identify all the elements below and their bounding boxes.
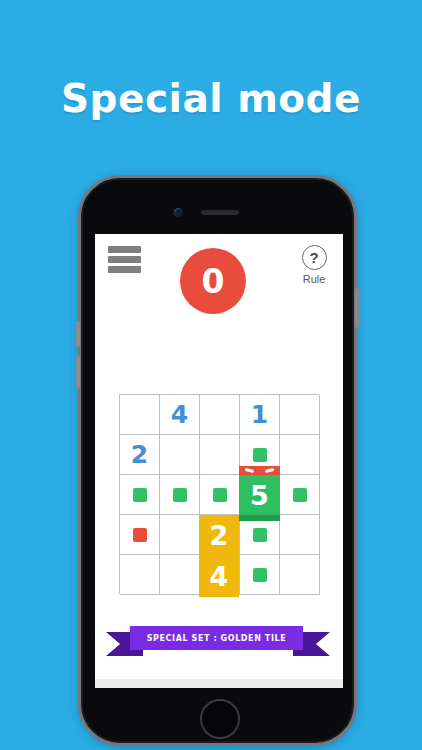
menu-bar xyxy=(108,246,141,253)
speaker-slit xyxy=(201,210,239,215)
banner-text: SPECIAL SET : GOLDEN TILE xyxy=(147,634,287,643)
board-cell-r3c3[interactable] xyxy=(200,475,240,515)
green-square-marker xyxy=(293,488,307,502)
home-button[interactable] xyxy=(200,699,240,739)
red-square-marker xyxy=(133,528,147,542)
golden-tile-value: 4 xyxy=(199,556,239,597)
board-cell-r5c4[interactable] xyxy=(240,555,280,595)
special-set-banner: SPECIAL SET : GOLDEN TILE xyxy=(95,626,343,660)
blue-number: 4 xyxy=(171,400,188,429)
board-cell-r1c4[interactable]: 1 xyxy=(240,395,280,435)
board-cell-r4c1[interactable] xyxy=(120,515,160,555)
board-cell-r2c2[interactable] xyxy=(160,435,200,475)
rule-button[interactable]: ? Rule xyxy=(292,245,336,285)
menu-button[interactable] xyxy=(108,246,141,273)
green-square-marker xyxy=(253,568,267,582)
score-value: 0 xyxy=(202,262,225,301)
board-cell-r5c1[interactable] xyxy=(120,555,160,595)
volume-up-button xyxy=(76,321,80,347)
board-cell-r1c3[interactable] xyxy=(200,395,240,435)
green-square-marker xyxy=(253,528,267,542)
board-cell-r4c2[interactable] xyxy=(160,515,200,555)
green-tile-5[interactable]: 5 xyxy=(239,466,280,521)
green-square-marker xyxy=(173,488,187,502)
green-tile-base xyxy=(239,515,280,521)
golden-tile-value: 2 xyxy=(199,515,239,556)
power-button xyxy=(355,288,359,328)
board-cell-r2c5[interactable] xyxy=(280,435,320,475)
score-badge: 0 xyxy=(180,248,246,314)
board-cell-r1c1[interactable] xyxy=(120,395,160,435)
menu-bar xyxy=(108,256,141,263)
green-tile-value: 5 xyxy=(239,475,280,515)
phone-mockup: 0 ? Rule 412 524 SPECIAL SET : GOLDEN TI… xyxy=(78,175,357,746)
blue-number: 2 xyxy=(131,440,148,469)
board-cell-r4c4[interactable] xyxy=(240,515,280,555)
board-cell-r3c5[interactable] xyxy=(280,475,320,515)
board-cell-r5c5[interactable] xyxy=(280,555,320,595)
board-cell-r3c2[interactable] xyxy=(160,475,200,515)
menu-bar xyxy=(108,266,141,273)
green-square-marker xyxy=(253,448,267,462)
board-cell-r1c2[interactable]: 4 xyxy=(160,395,200,435)
screen-bottom-strip xyxy=(95,679,343,688)
board-cell-r3c1[interactable] xyxy=(120,475,160,515)
green-square-marker xyxy=(213,488,227,502)
board-cell-r2c1[interactable]: 2 xyxy=(120,435,160,475)
board-cell-r5c2[interactable] xyxy=(160,555,200,595)
phone-screen: 0 ? Rule 412 524 SPECIAL SET : GOLDEN TI… xyxy=(95,234,343,688)
ribbon-band: SPECIAL SET : GOLDEN TILE xyxy=(130,626,303,650)
page-background: Special mode 0 ? Rule 412 524 xyxy=(0,0,422,750)
board-cell-r1c5[interactable] xyxy=(280,395,320,435)
board-cell-r2c3[interactable] xyxy=(200,435,240,475)
golden-tile-block[interactable]: 24 xyxy=(199,515,239,597)
rule-label: Rule xyxy=(292,273,336,285)
green-square-marker xyxy=(133,488,147,502)
board-cell-r4c5[interactable] xyxy=(280,515,320,555)
question-icon[interactable]: ? xyxy=(302,245,327,270)
volume-down-button xyxy=(76,355,80,389)
red-damaged-cap xyxy=(239,466,280,475)
blue-number: 1 xyxy=(251,400,268,429)
camera-dot xyxy=(174,208,183,217)
page-title: Special mode xyxy=(0,76,422,121)
